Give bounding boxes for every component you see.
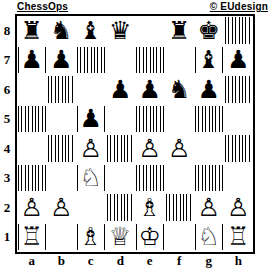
square-d1: ♕ bbox=[106, 223, 136, 253]
square-a1: ♖ bbox=[17, 223, 47, 253]
black-pawn-g6: ♟ bbox=[196, 76, 222, 104]
white-pawn-c4: ♙ bbox=[78, 135, 104, 163]
square-f4: ♙ bbox=[165, 134, 195, 164]
square-d5 bbox=[106, 105, 136, 135]
white-pawn-e4: ♙ bbox=[137, 135, 163, 163]
square-g2: ♙ bbox=[194, 193, 224, 223]
rank-label-3: 3 bbox=[0, 164, 14, 194]
chessops-title-link[interactable]: ChessOps bbox=[17, 1, 68, 12]
square-b5 bbox=[47, 105, 77, 135]
rank-label-7: 7 bbox=[0, 46, 14, 76]
white-bishop-c1: ♗ bbox=[78, 223, 104, 251]
square-g3 bbox=[194, 164, 224, 194]
square-b8: ♞ bbox=[47, 16, 77, 46]
square-g4 bbox=[194, 134, 224, 164]
square-h5 bbox=[224, 105, 254, 135]
black-queen-d8: ♛ bbox=[107, 17, 133, 45]
square-a7: ♟ bbox=[17, 46, 47, 76]
square-g8: ♚ bbox=[194, 16, 224, 46]
black-knight-f6: ♞ bbox=[166, 76, 192, 104]
file-label-f: f bbox=[165, 253, 195, 269]
white-knight-g1: ♘ bbox=[196, 223, 222, 251]
square-e8 bbox=[135, 16, 165, 46]
black-knight-b8: ♞ bbox=[48, 17, 74, 45]
rank-label-5: 5 bbox=[0, 105, 14, 135]
square-b6 bbox=[47, 75, 77, 105]
square-a8: ♜ bbox=[17, 16, 47, 46]
black-pawn-e6: ♟ bbox=[137, 76, 163, 104]
chess-board: ♜♞♝♛♜♚♟♟♝♟♟♟♞♟♟♙♙♙♘♙♙♗♙♙♖♗♕♔♘♖ bbox=[15, 14, 255, 254]
file-label-h: h bbox=[224, 253, 254, 269]
square-b4 bbox=[47, 134, 77, 164]
square-h7: ♟ bbox=[224, 46, 254, 76]
black-pawn-d6: ♟ bbox=[107, 76, 133, 104]
square-d6: ♟ bbox=[106, 75, 136, 105]
white-pawn-a2: ♙ bbox=[19, 194, 45, 222]
square-b1 bbox=[47, 223, 77, 253]
square-d8: ♛ bbox=[106, 16, 136, 46]
black-pawn-c5: ♟ bbox=[78, 105, 104, 133]
square-f2 bbox=[165, 193, 195, 223]
square-g1: ♘ bbox=[194, 223, 224, 253]
rank-label-8: 8 bbox=[0, 16, 14, 46]
square-e5 bbox=[135, 105, 165, 135]
square-d3 bbox=[106, 164, 136, 194]
black-rook-a8: ♜ bbox=[19, 17, 45, 45]
square-d2 bbox=[106, 193, 136, 223]
square-c2 bbox=[76, 193, 106, 223]
square-a2: ♙ bbox=[17, 193, 47, 223]
square-g6: ♟ bbox=[194, 75, 224, 105]
white-pawn-h2: ♙ bbox=[225, 194, 251, 222]
rank-label-2: 2 bbox=[0, 193, 14, 223]
square-a3 bbox=[17, 164, 47, 194]
square-c3: ♘ bbox=[76, 164, 106, 194]
square-f5 bbox=[165, 105, 195, 135]
white-bishop-e2: ♗ bbox=[137, 194, 163, 222]
square-f8: ♜ bbox=[165, 16, 195, 46]
file-label-d: d bbox=[106, 253, 136, 269]
white-rook-a1: ♖ bbox=[19, 223, 45, 251]
white-king-e1: ♔ bbox=[137, 223, 163, 251]
black-pawn-b7: ♟ bbox=[48, 46, 74, 74]
black-pawn-a7: ♟ bbox=[19, 46, 45, 74]
file-label-b: b bbox=[47, 253, 77, 269]
square-h2: ♙ bbox=[224, 193, 254, 223]
square-e2: ♗ bbox=[135, 193, 165, 223]
black-king-g8: ♚ bbox=[196, 17, 222, 45]
file-labels: abcdefgh bbox=[17, 253, 253, 268]
file-label-a: a bbox=[17, 253, 47, 269]
square-e1: ♔ bbox=[135, 223, 165, 253]
black-pawn-h7: ♟ bbox=[225, 46, 251, 74]
square-d4 bbox=[106, 134, 136, 164]
square-c1: ♗ bbox=[76, 223, 106, 253]
black-bishop-g7: ♝ bbox=[196, 46, 222, 74]
square-e6: ♟ bbox=[135, 75, 165, 105]
black-bishop-c8: ♝ bbox=[78, 17, 104, 45]
square-c5: ♟ bbox=[76, 105, 106, 135]
square-g7: ♝ bbox=[194, 46, 224, 76]
white-pawn-g2: ♙ bbox=[196, 194, 222, 222]
square-f1 bbox=[165, 223, 195, 253]
square-c8: ♝ bbox=[76, 16, 106, 46]
square-e4: ♙ bbox=[135, 134, 165, 164]
white-pawn-f4: ♙ bbox=[166, 135, 192, 163]
square-h8 bbox=[224, 16, 254, 46]
square-a4 bbox=[17, 134, 47, 164]
square-d7 bbox=[106, 46, 136, 76]
square-e7 bbox=[135, 46, 165, 76]
square-g5 bbox=[194, 105, 224, 135]
white-pawn-b2: ♙ bbox=[48, 194, 74, 222]
square-h1: ♖ bbox=[224, 223, 254, 253]
square-f7 bbox=[165, 46, 195, 76]
file-label-g: g bbox=[194, 253, 224, 269]
square-b3 bbox=[47, 164, 77, 194]
square-e3 bbox=[135, 164, 165, 194]
white-rook-h1: ♖ bbox=[225, 223, 251, 251]
eudesign-copyright-link[interactable]: © EUdesign bbox=[210, 1, 268, 12]
white-knight-c3: ♘ bbox=[78, 164, 104, 192]
square-b2: ♙ bbox=[47, 193, 77, 223]
rank-label-1: 1 bbox=[0, 223, 14, 253]
rank-label-4: 4 bbox=[0, 134, 14, 164]
square-b7: ♟ bbox=[47, 46, 77, 76]
square-c4: ♙ bbox=[76, 134, 106, 164]
square-f3 bbox=[165, 164, 195, 194]
file-label-e: e bbox=[135, 253, 165, 269]
square-h4 bbox=[224, 134, 254, 164]
square-c7 bbox=[76, 46, 106, 76]
square-h3 bbox=[224, 164, 254, 194]
square-h6 bbox=[224, 75, 254, 105]
square-a6 bbox=[17, 75, 47, 105]
square-f6: ♞ bbox=[165, 75, 195, 105]
white-queen-d1: ♕ bbox=[107, 223, 133, 251]
rank-labels: 87654321 bbox=[0, 16, 14, 252]
file-label-c: c bbox=[76, 253, 106, 269]
rank-label-6: 6 bbox=[0, 75, 14, 105]
black-rook-f8: ♜ bbox=[166, 17, 192, 45]
square-a5 bbox=[17, 105, 47, 135]
square-c6 bbox=[76, 75, 106, 105]
